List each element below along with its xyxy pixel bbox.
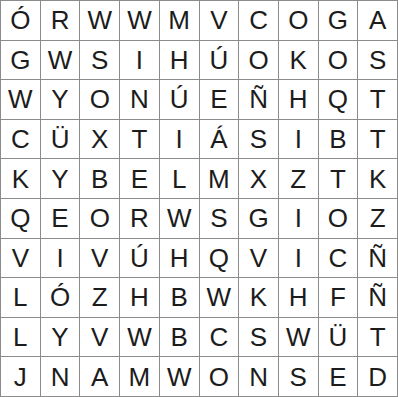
grid-cell[interactable]: S xyxy=(200,199,239,238)
grid-cell[interactable]: O xyxy=(319,199,358,238)
grid-cell[interactable]: O xyxy=(200,357,239,396)
grid-cell[interactable]: Q xyxy=(200,239,239,278)
grid-cell[interactable]: Z xyxy=(358,199,397,238)
grid-cell[interactable]: C xyxy=(239,1,278,40)
grid-cell[interactable]: W xyxy=(120,1,159,40)
grid-cell[interactable]: Z xyxy=(279,159,318,198)
grid-cell[interactable]: G xyxy=(1,41,40,80)
grid-cell[interactable]: B xyxy=(160,278,199,317)
grid-cell[interactable]: O xyxy=(239,41,278,80)
grid-cell[interactable]: V xyxy=(1,239,40,278)
grid-cell[interactable]: Q xyxy=(319,80,358,119)
grid-cell[interactable]: E xyxy=(41,199,80,238)
grid-cell[interactable]: I xyxy=(279,199,318,238)
grid-cell[interactable]: C xyxy=(200,318,239,357)
grid-cell[interactable]: M xyxy=(200,159,239,198)
grid-cell[interactable]: T xyxy=(120,120,159,159)
grid-cell[interactable]: Y xyxy=(41,80,80,119)
grid-cell[interactable]: C xyxy=(319,239,358,278)
grid-cell[interactable]: S xyxy=(239,120,278,159)
grid-cell[interactable]: S xyxy=(358,41,397,80)
grid-cell[interactable]: V xyxy=(200,1,239,40)
grid-cell[interactable]: V xyxy=(80,239,119,278)
grid-cell[interactable]: T xyxy=(358,120,397,159)
grid-cell[interactable]: Y xyxy=(41,159,80,198)
grid-cell[interactable]: W xyxy=(120,318,159,357)
grid-cell[interactable]: Q xyxy=(1,199,40,238)
grid-cell[interactable]: N xyxy=(239,357,278,396)
grid-cell[interactable]: D xyxy=(358,357,397,396)
grid-cell[interactable]: I xyxy=(120,41,159,80)
grid-cell[interactable]: W xyxy=(160,199,199,238)
grid-cell[interactable]: H xyxy=(160,239,199,278)
grid-cell[interactable]: V xyxy=(239,239,278,278)
grid-cell[interactable]: H xyxy=(120,278,159,317)
grid-cell[interactable]: L xyxy=(1,318,40,357)
grid-cell[interactable]: M xyxy=(160,1,199,40)
grid-cell[interactable]: G xyxy=(239,199,278,238)
grid-cell[interactable]: Ó xyxy=(1,1,40,40)
grid-cell[interactable]: B xyxy=(319,120,358,159)
grid-cell[interactable]: S xyxy=(80,41,119,80)
grid-cell[interactable]: X xyxy=(80,120,119,159)
grid-cell[interactable]: Ú xyxy=(120,239,159,278)
grid-cell[interactable]: S xyxy=(239,318,278,357)
word-search-board: ÓRWWMVCOGAGWSIHÚOKOSWYONÚEÑHQTCÜXTIÁSIBT… xyxy=(0,0,398,397)
grid-cell[interactable]: W xyxy=(41,41,80,80)
word-search-grid: ÓRWWMVCOGAGWSIHÚOKOSWYONÚEÑHQTCÜXTIÁSIBT… xyxy=(0,0,398,397)
grid-cell[interactable]: W xyxy=(200,278,239,317)
grid-cell[interactable]: W xyxy=(1,80,40,119)
grid-cell[interactable]: R xyxy=(41,1,80,40)
grid-cell[interactable]: V xyxy=(80,318,119,357)
grid-cell[interactable]: M xyxy=(120,357,159,396)
grid-cell[interactable]: K xyxy=(279,41,318,80)
grid-cell[interactable]: W xyxy=(279,318,318,357)
grid-cell[interactable]: A xyxy=(80,357,119,396)
grid-cell[interactable]: O xyxy=(80,199,119,238)
grid-cell[interactable]: E xyxy=(200,80,239,119)
grid-cell[interactable]: N xyxy=(41,357,80,396)
grid-cell[interactable]: Ú xyxy=(160,80,199,119)
grid-cell[interactable]: I xyxy=(279,239,318,278)
grid-cell[interactable]: Ó xyxy=(41,278,80,317)
grid-cell[interactable]: E xyxy=(120,159,159,198)
grid-cell[interactable]: R xyxy=(120,199,159,238)
grid-cell[interactable]: Ü xyxy=(41,120,80,159)
grid-cell[interactable]: K xyxy=(1,159,40,198)
grid-cell[interactable]: H xyxy=(279,80,318,119)
grid-cell[interactable]: A xyxy=(358,1,397,40)
grid-cell[interactable]: W xyxy=(160,357,199,396)
grid-cell[interactable]: N xyxy=(120,80,159,119)
grid-cell[interactable]: Ñ xyxy=(239,80,278,119)
grid-cell[interactable]: K xyxy=(239,278,278,317)
grid-cell[interactable]: L xyxy=(1,278,40,317)
grid-cell[interactable]: F xyxy=(319,278,358,317)
grid-cell[interactable]: G xyxy=(319,1,358,40)
grid-cell[interactable]: Y xyxy=(41,318,80,357)
grid-cell[interactable]: I xyxy=(41,239,80,278)
grid-cell[interactable]: O xyxy=(80,80,119,119)
grid-cell[interactable]: E xyxy=(319,357,358,396)
grid-cell[interactable]: I xyxy=(279,120,318,159)
grid-cell[interactable]: C xyxy=(1,120,40,159)
grid-cell[interactable]: J xyxy=(1,357,40,396)
grid-cell[interactable]: H xyxy=(279,278,318,317)
grid-cell[interactable]: H xyxy=(160,41,199,80)
grid-cell[interactable]: L xyxy=(160,159,199,198)
grid-cell[interactable]: Ñ xyxy=(358,239,397,278)
grid-cell[interactable]: Ñ xyxy=(358,278,397,317)
grid-cell[interactable]: Z xyxy=(80,278,119,317)
grid-cell[interactable]: Á xyxy=(200,120,239,159)
grid-cell[interactable]: T xyxy=(358,318,397,357)
grid-cell[interactable]: B xyxy=(160,318,199,357)
grid-cell[interactable]: O xyxy=(279,1,318,40)
grid-cell[interactable]: T xyxy=(358,80,397,119)
grid-cell[interactable]: K xyxy=(358,159,397,198)
grid-cell[interactable]: W xyxy=(80,1,119,40)
grid-cell[interactable]: B xyxy=(80,159,119,198)
grid-cell[interactable]: Ú xyxy=(200,41,239,80)
grid-cell[interactable]: X xyxy=(239,159,278,198)
grid-cell[interactable]: S xyxy=(279,357,318,396)
grid-cell[interactable]: I xyxy=(160,120,199,159)
grid-cell[interactable]: T xyxy=(319,159,358,198)
grid-cell[interactable]: Ü xyxy=(319,318,358,357)
grid-cell[interactable]: O xyxy=(319,41,358,80)
